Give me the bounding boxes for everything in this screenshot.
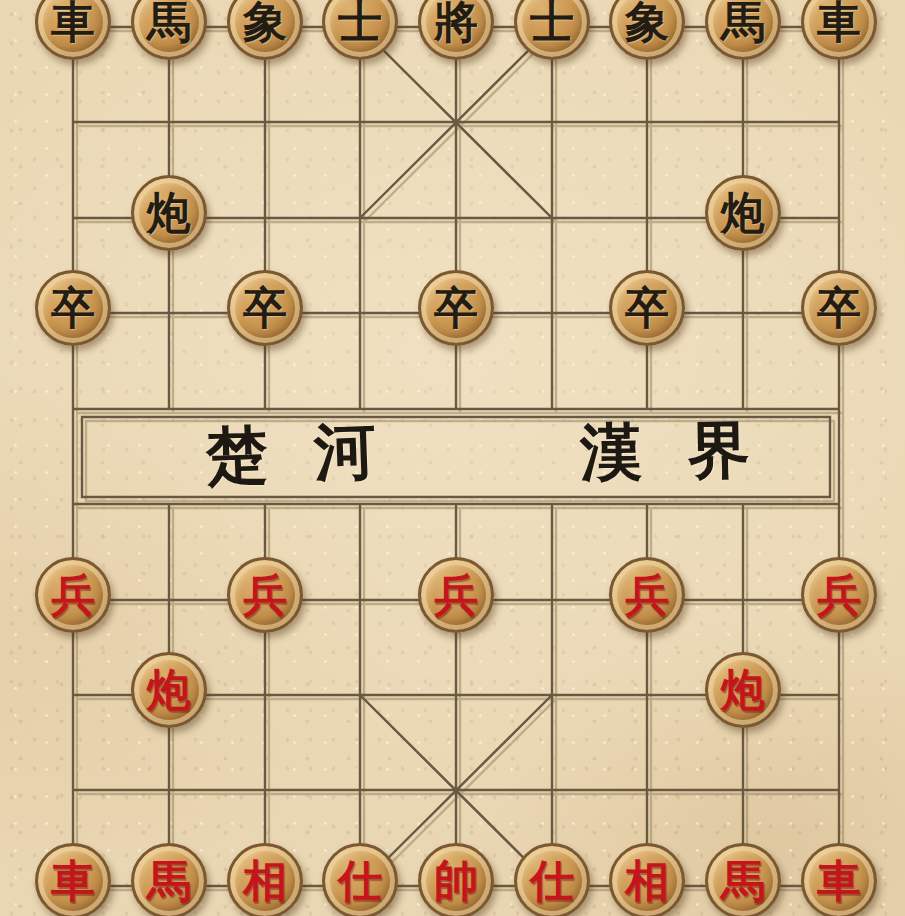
piece-red-chariot[interactable]: 車 (801, 843, 877, 916)
piece-black-cannon[interactable]: 炮 (705, 175, 781, 251)
piece-red-cannon[interactable]: 炮 (705, 652, 781, 728)
piece-black-soldier[interactable]: 卒 (609, 270, 685, 346)
piece-red-chariot[interactable]: 車 (35, 843, 111, 916)
piece-black-soldier[interactable]: 卒 (418, 270, 494, 346)
piece-red-soldier[interactable]: 兵 (609, 557, 685, 633)
piece-red-elephant[interactable]: 相 (227, 843, 303, 916)
piece-red-soldier[interactable]: 兵 (418, 557, 494, 633)
piece-red-soldier[interactable]: 兵 (35, 557, 111, 633)
piece-red-general[interactable]: 帥 (418, 843, 494, 916)
river-label-chu-he: 楚河 (205, 418, 423, 488)
piece-red-horse[interactable]: 馬 (131, 843, 207, 916)
piece-red-soldier[interactable]: 兵 (227, 557, 303, 633)
piece-red-cannon[interactable]: 炮 (131, 652, 207, 728)
piece-black-soldier[interactable]: 卒 (801, 270, 877, 346)
piece-red-advisor[interactable]: 仕 (322, 843, 398, 916)
piece-black-soldier[interactable]: 卒 (227, 270, 303, 346)
piece-red-horse[interactable]: 馬 (705, 843, 781, 916)
piece-black-soldier[interactable]: 卒 (35, 270, 111, 346)
xiangqi-board: 楚河 漢界 車馬象士將士象馬車炮炮卒卒卒卒卒兵兵兵兵兵炮炮車馬相仕帥仕相馬車 (0, 0, 905, 916)
piece-red-advisor[interactable]: 仕 (514, 843, 590, 916)
piece-red-elephant[interactable]: 相 (609, 843, 685, 916)
piece-black-cannon[interactable]: 炮 (131, 175, 207, 251)
piece-red-soldier[interactable]: 兵 (801, 557, 877, 633)
river-label-han-jie: 漢界 (579, 418, 796, 484)
